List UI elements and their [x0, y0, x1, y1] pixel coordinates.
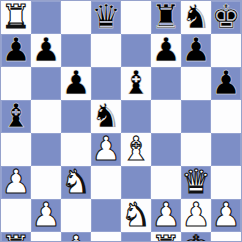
piece-black-pawn-h6[interactable]: ♟	[211, 66, 241, 99]
piece-black-pawn-a7[interactable]: ♟	[1, 33, 31, 66]
square-c3[interactable]: ♞	[61, 166, 91, 199]
square-g7[interactable]: ♟	[181, 34, 211, 67]
square-h5[interactable]	[211, 100, 241, 133]
square-h6[interactable]: ♟	[211, 67, 241, 100]
square-f7[interactable]: ♟	[151, 34, 181, 67]
piece-white-pawn-d4[interactable]: ♟	[91, 132, 121, 165]
piece-white-bishop-e4[interactable]: ♝	[121, 132, 151, 165]
square-d7[interactable]	[91, 34, 121, 67]
piece-white-queen-g3[interactable]: ♛	[181, 165, 211, 198]
square-a3[interactable]: ♟	[1, 166, 31, 199]
piece-black-pawn-b7[interactable]: ♟	[31, 33, 61, 66]
piece-white-pawn-b2[interactable]: ♟	[31, 198, 61, 231]
piece-black-king-h8[interactable]: ♚	[211, 0, 241, 33]
square-g6[interactable]	[181, 67, 211, 100]
piece-white-rook-a8[interactable]: ♜	[1, 0, 31, 33]
piece-white-rook-a1[interactable]: ♜	[1, 231, 31, 242]
square-h2[interactable]: ♟	[211, 199, 241, 232]
square-h4[interactable]	[211, 133, 241, 166]
piece-white-knight-e2[interactable]: ♞	[121, 198, 151, 231]
square-f1[interactable]: ♜	[151, 232, 181, 242]
square-b6[interactable]	[31, 67, 61, 100]
square-d2[interactable]	[91, 199, 121, 232]
square-h1[interactable]	[211, 232, 241, 242]
square-e4[interactable]: ♝	[121, 133, 151, 166]
square-a7[interactable]: ♟	[1, 34, 31, 67]
piece-black-knight-d5[interactable]: ♞	[91, 99, 121, 132]
square-d4[interactable]: ♟	[91, 133, 121, 166]
square-a5[interactable]: ♝	[1, 100, 31, 133]
square-h8[interactable]: ♚	[211, 1, 241, 34]
piece-black-queen-d8[interactable]: ♛	[91, 0, 121, 33]
square-d1[interactable]	[91, 232, 121, 242]
square-f4[interactable]	[151, 133, 181, 166]
square-e2[interactable]: ♞	[121, 199, 151, 232]
square-b4[interactable]	[31, 133, 61, 166]
piece-black-rook-f8[interactable]: ♜	[151, 0, 181, 33]
square-b7[interactable]: ♟	[31, 34, 61, 67]
piece-white-pawn-a3[interactable]: ♟	[1, 165, 31, 198]
square-d8[interactable]: ♛	[91, 1, 121, 34]
square-f6[interactable]	[151, 67, 181, 100]
piece-black-pawn-f7[interactable]: ♟	[151, 33, 181, 66]
piece-black-pawn-c6[interactable]: ♟	[61, 66, 91, 99]
square-b1[interactable]	[31, 232, 61, 242]
piece-black-knight-g8[interactable]: ♞	[181, 0, 211, 33]
piece-white-pawn-g2[interactable]: ♟	[181, 198, 211, 231]
square-c6[interactable]: ♟	[61, 67, 91, 100]
square-c1[interactable]: ♝	[61, 232, 91, 242]
square-e1[interactable]	[121, 232, 151, 242]
piece-black-bishop-e6[interactable]: ♝	[121, 66, 151, 99]
square-g5[interactable]	[181, 100, 211, 133]
piece-white-king-g1[interactable]: ♚	[181, 231, 211, 242]
square-a1[interactable]: ♜	[1, 232, 31, 242]
chess-board: ♜♛♜♞♚♟♟♟♟♟♝♟♝♞♟♝♟♞♛♟♞♟♟♟♜♝♜♚	[0, 0, 242, 242]
square-b5[interactable]	[31, 100, 61, 133]
piece-white-rook-f1[interactable]: ♜	[151, 231, 181, 242]
piece-white-pawn-f2[interactable]: ♟	[151, 198, 181, 231]
square-c5[interactable]	[61, 100, 91, 133]
piece-black-bishop-a5[interactable]: ♝	[1, 99, 31, 132]
square-e6[interactable]: ♝	[121, 67, 151, 100]
piece-white-bishop-c1[interactable]: ♝	[61, 231, 91, 242]
piece-white-pawn-h2[interactable]: ♟	[211, 198, 241, 231]
square-d3[interactable]	[91, 166, 121, 199]
square-b2[interactable]: ♟	[31, 199, 61, 232]
piece-white-knight-c3[interactable]: ♞	[61, 165, 91, 198]
piece-black-pawn-g7[interactable]: ♟	[181, 33, 211, 66]
square-g1[interactable]: ♚	[181, 232, 211, 242]
square-f5[interactable]	[151, 100, 181, 133]
square-e8[interactable]	[121, 1, 151, 34]
square-c8[interactable]	[61, 1, 91, 34]
